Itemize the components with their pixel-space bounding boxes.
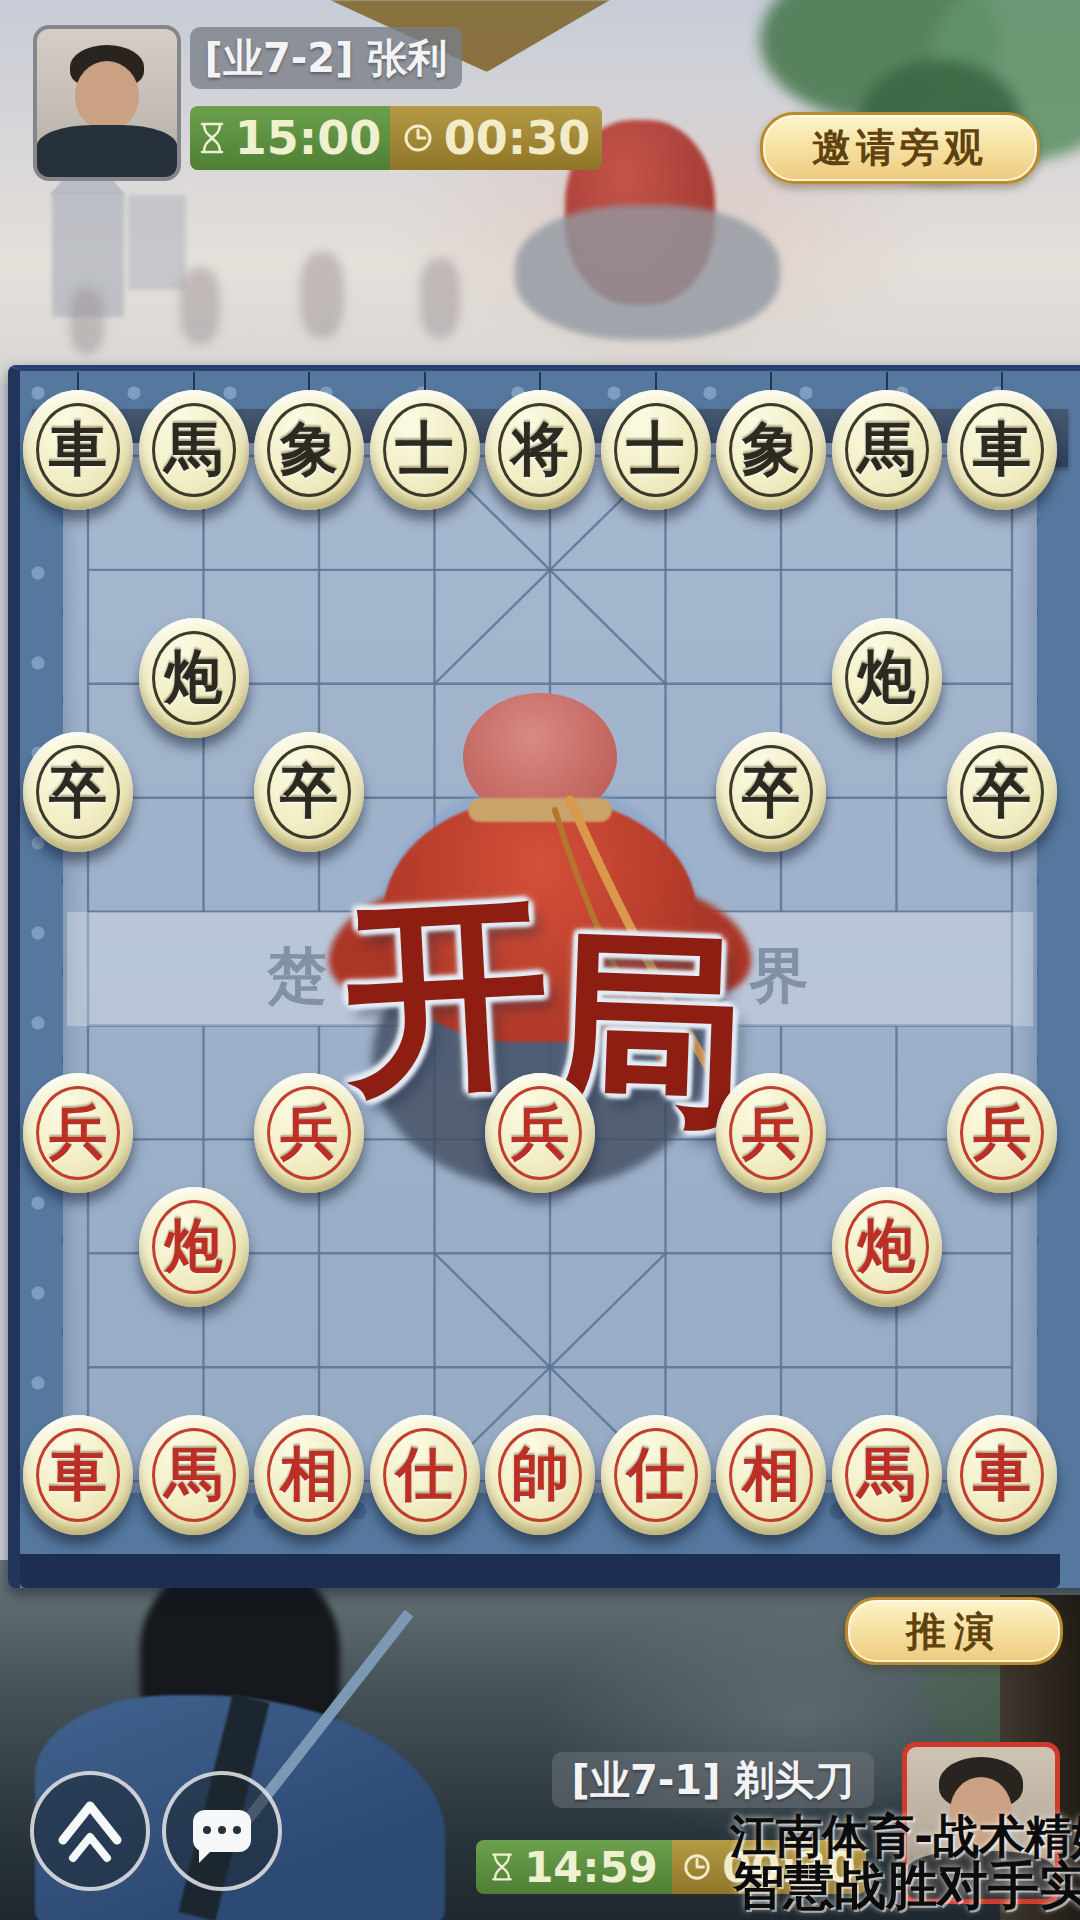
move-time: 00:30 bbox=[390, 106, 602, 170]
opponent-avatar[interactable] bbox=[33, 25, 181, 181]
hourglass-icon bbox=[199, 121, 225, 155]
main-time-value: 15:00 bbox=[235, 111, 381, 165]
piece-red-兵-c9r7[interactable]: 兵 bbox=[947, 1073, 1057, 1193]
clock-icon bbox=[402, 122, 434, 154]
warrior-silhouette bbox=[420, 258, 460, 338]
pagoda-silhouette bbox=[128, 195, 186, 290]
banner-char-1: 开 bbox=[339, 887, 554, 1102]
piece-black-象-c7r1[interactable]: 象 bbox=[716, 390, 826, 510]
piece-red-兵-c5r7[interactable]: 兵 bbox=[485, 1073, 595, 1193]
chat-button[interactable] bbox=[162, 1771, 282, 1891]
piece-red-相-c3r10[interactable]: 相 bbox=[254, 1415, 364, 1535]
piece-black-士-c6r1[interactable]: 士 bbox=[601, 390, 711, 510]
piece-red-車-c1r10[interactable]: 車 bbox=[23, 1415, 133, 1535]
avatar-shirt bbox=[37, 125, 177, 177]
piece-red-炮-c2r8[interactable]: 炮 bbox=[139, 1187, 249, 1307]
piece-black-卒-c9r4[interactable]: 卒 bbox=[947, 732, 1057, 852]
piece-red-炮-c8r8[interactable]: 炮 bbox=[832, 1187, 942, 1307]
chevron-logo-icon bbox=[35, 1776, 145, 1886]
invite-spectators-button[interactable]: 邀请旁观 bbox=[760, 112, 1040, 184]
piece-black-将-c5r1[interactable]: 将 bbox=[485, 390, 595, 510]
piece-red-馬-c8r10[interactable]: 馬 bbox=[832, 1415, 942, 1535]
piece-black-馬-c2r1[interactable]: 馬 bbox=[139, 390, 249, 510]
piece-red-帥-c5r10[interactable]: 帥 bbox=[485, 1415, 595, 1535]
opponent-name: [业7-2] 张利 bbox=[190, 27, 462, 89]
piece-red-馬-c2r10[interactable]: 馬 bbox=[139, 1415, 249, 1535]
rock bbox=[515, 205, 780, 340]
piece-black-卒-c1r4[interactable]: 卒 bbox=[23, 732, 133, 852]
warrior-silhouette bbox=[300, 252, 344, 338]
main-time-value: 14:59 bbox=[524, 1843, 658, 1892]
avatar-face bbox=[75, 61, 139, 131]
piece-black-象-c3r1[interactable]: 象 bbox=[254, 390, 364, 510]
piece-red-仕-c6r10[interactable]: 仕 bbox=[601, 1415, 711, 1535]
hourglass-icon bbox=[490, 1852, 514, 1882]
player-name: [业7-1] 剃头刀 bbox=[552, 1752, 874, 1808]
opponent-timer: 15:00 00:30 bbox=[190, 106, 602, 170]
rank-logo-button[interactable] bbox=[30, 1771, 150, 1891]
piece-red-仕-c4r10[interactable]: 仕 bbox=[370, 1415, 480, 1535]
main-time: 15:00 bbox=[190, 106, 390, 170]
watermark-line-2: 智慧战胜对手实现突破 bbox=[733, 1852, 1080, 1920]
piece-black-馬-c8r1[interactable]: 馬 bbox=[832, 390, 942, 510]
warrior-silhouette bbox=[180, 268, 220, 344]
piece-black-車-c9r1[interactable]: 車 bbox=[947, 390, 1057, 510]
game-screen: [业7-2] 张利 15:00 00:30 邀请旁观 楚河 汉界 bbox=[0, 0, 1080, 1920]
piece-red-相-c7r10[interactable]: 相 bbox=[716, 1415, 826, 1535]
simulate-button[interactable]: 推演 bbox=[845, 1597, 1063, 1665]
piece-black-士-c4r1[interactable]: 士 bbox=[370, 390, 480, 510]
piece-red-車-c9r10[interactable]: 車 bbox=[947, 1415, 1057, 1535]
piece-black-車-c1r1[interactable]: 車 bbox=[23, 390, 133, 510]
move-time-value: 00:30 bbox=[444, 111, 590, 165]
piece-red-兵-c7r7[interactable]: 兵 bbox=[716, 1073, 826, 1193]
piece-red-兵-c3r7[interactable]: 兵 bbox=[254, 1073, 364, 1193]
main-time: 14:59 bbox=[476, 1840, 672, 1894]
warrior-silhouette bbox=[70, 288, 104, 354]
piece-red-兵-c1r7[interactable]: 兵 bbox=[23, 1073, 133, 1193]
chat-icon bbox=[193, 1810, 251, 1852]
piece-black-炮-c2r3[interactable]: 炮 bbox=[139, 618, 249, 738]
piece-black-炮-c8r3[interactable]: 炮 bbox=[832, 618, 942, 738]
board-bottom-rail bbox=[20, 1554, 1060, 1588]
clock-icon bbox=[682, 1852, 712, 1882]
